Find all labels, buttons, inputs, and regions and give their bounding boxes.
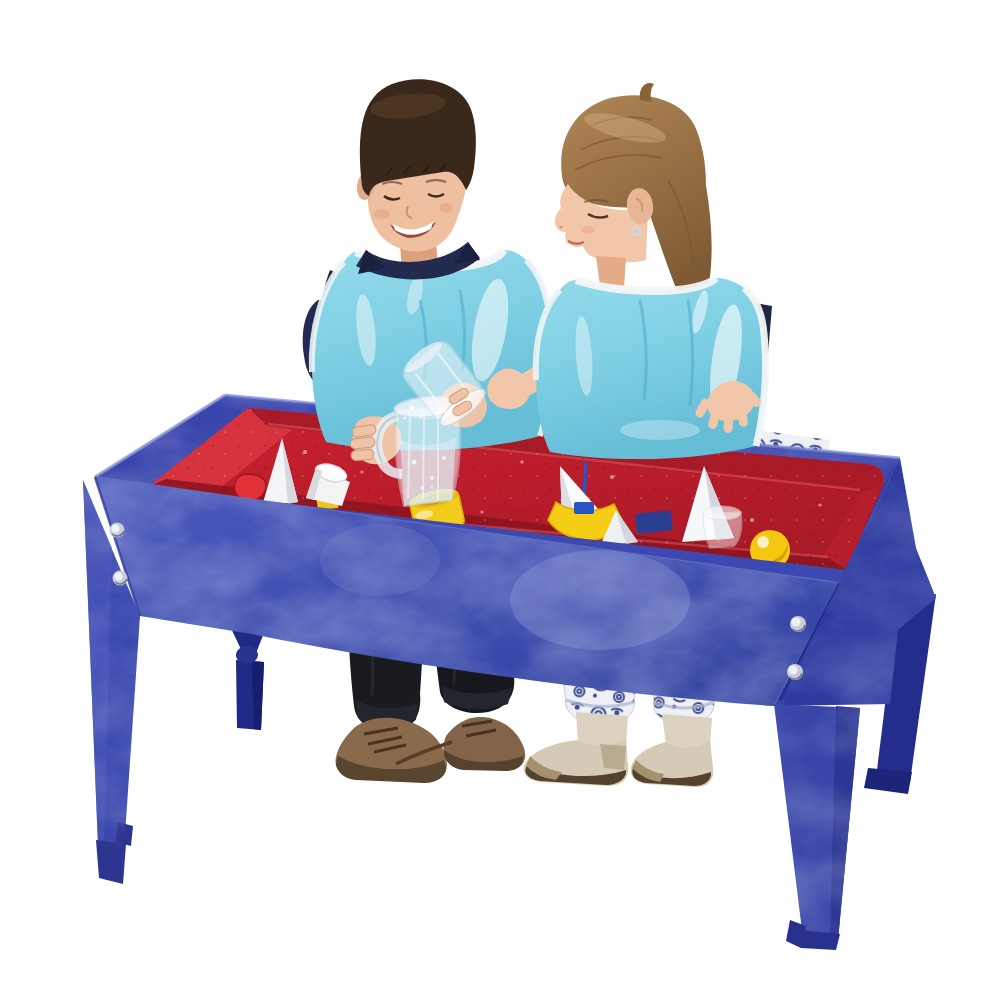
girl-smock: [536, 278, 766, 459]
girl-nostril: [560, 226, 563, 229]
bolt: [790, 616, 806, 632]
bolt: [113, 571, 128, 586]
toy-blue-block: [635, 510, 673, 534]
boot-heel: [600, 744, 626, 770]
toy-red-scoop: [234, 474, 266, 500]
sand-water-table-photo: [0, 0, 1000, 1000]
bolt: [110, 523, 125, 538]
bolt: [787, 664, 803, 680]
product-photo-stage: [0, 0, 1000, 1000]
drain-cap: [236, 646, 258, 664]
boat-cabin: [574, 502, 594, 514]
